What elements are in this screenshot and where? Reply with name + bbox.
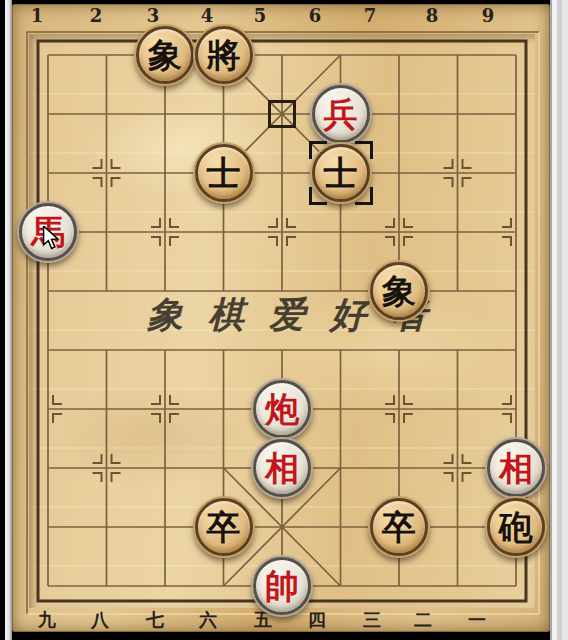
piece-glyph: 將 bbox=[207, 38, 241, 72]
letterbox-strip-left bbox=[5, 0, 12, 640]
piece-glyph: 帥 bbox=[265, 569, 299, 603]
piece-red-兵[interactable]: 兵 bbox=[312, 85, 370, 143]
piece-glyph: 士 bbox=[207, 156, 241, 190]
piece-glyph: 象 bbox=[148, 38, 182, 72]
piece-black-象[interactable]: 象 bbox=[370, 262, 428, 320]
piece-black-將[interactable]: 將 bbox=[195, 26, 253, 84]
piece-glyph: 相 bbox=[499, 451, 533, 485]
piece-glyph: 炮 bbox=[265, 392, 299, 426]
piece-glyph: 兵 bbox=[324, 97, 358, 131]
mouse-cursor bbox=[40, 226, 62, 250]
piece-red-炮[interactable]: 炮 bbox=[253, 380, 311, 438]
piece-red-帥[interactable]: 帥 bbox=[253, 557, 311, 615]
piece-black-士[interactable]: 士 bbox=[312, 144, 370, 202]
piece-glyph: 士 bbox=[324, 156, 358, 190]
piece-black-卒[interactable]: 卒 bbox=[195, 498, 253, 556]
piece-red-相[interactable]: 相 bbox=[253, 439, 311, 497]
piece-black-砲[interactable]: 砲 bbox=[487, 498, 545, 556]
piece-glyph: 卒 bbox=[382, 510, 416, 544]
piece-black-象[interactable]: 象 bbox=[136, 26, 194, 84]
piece-glyph: 相 bbox=[265, 451, 299, 485]
scrollbar-strip-right[interactable] bbox=[550, 0, 568, 640]
piece-red-相[interactable]: 相 bbox=[487, 439, 545, 497]
piece-black-士[interactable]: 士 bbox=[195, 144, 253, 202]
pieces-layer: 象將兵士士馬象炮相相卒卒砲帥 bbox=[0, 0, 568, 640]
piece-glyph: 象 bbox=[382, 274, 416, 308]
piece-glyph: 砲 bbox=[499, 510, 533, 544]
piece-black-卒[interactable]: 卒 bbox=[370, 498, 428, 556]
piece-glyph: 卒 bbox=[207, 510, 241, 544]
xiangqi-app-screen: 123456789 九八七六五四三二一 象棋爱好者 象將兵士士馬象炮相相卒卒砲帥 bbox=[0, 0, 568, 640]
